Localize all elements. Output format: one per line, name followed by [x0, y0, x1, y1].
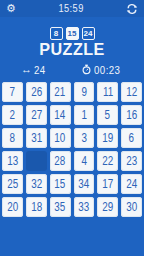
tile-number: 2 [10, 108, 15, 122]
stopwatch-icon [81, 64, 92, 75]
tile-number: 3 [81, 131, 86, 145]
tile-30[interactable]: 30 [121, 197, 142, 217]
tile-19[interactable]: 19 [97, 128, 118, 148]
tile-number: 33 [78, 200, 89, 214]
tile-15[interactable]: 15 [50, 174, 71, 194]
tile-number: 30 [126, 200, 137, 214]
tile-number: 35 [55, 200, 66, 214]
tile-20[interactable]: 20 [2, 197, 23, 217]
tile-17[interactable]: 17 [97, 174, 118, 194]
gear-icon[interactable]: ⚙ [6, 3, 16, 14]
size-option-24[interactable]: 24 [82, 27, 95, 40]
tile-8[interactable]: 8 [2, 128, 23, 148]
stats-row: ↔ 24 00:23 [0, 63, 144, 76]
tile-25[interactable]: 25 [2, 174, 23, 194]
tile-35[interactable]: 35 [50, 197, 71, 217]
tile-23[interactable]: 23 [121, 151, 142, 171]
tile-number: 20 [7, 200, 18, 214]
tile-29[interactable]: 29 [97, 197, 118, 217]
tile-number: 4 [81, 154, 86, 168]
tile-number: 13 [7, 154, 18, 168]
tile-12[interactable]: 12 [121, 82, 142, 102]
left-right-arrow-icon: ↔ [21, 64, 32, 75]
tile-number: 19 [102, 131, 113, 145]
size-option-8-label: 8 [54, 29, 58, 38]
tile-number: 28 [55, 154, 66, 168]
tile-number: 14 [55, 108, 66, 122]
tile-number: 9 [81, 85, 86, 99]
timer-value: 00:23 [94, 64, 120, 76]
tile-number: 15 [55, 177, 66, 191]
tile-31[interactable]: 31 [26, 128, 47, 148]
tile-6[interactable]: 6 [121, 128, 142, 148]
tile-number: 27 [31, 108, 42, 122]
tile-number: 18 [31, 200, 42, 214]
tile-number: 26 [31, 85, 42, 99]
size-option-8[interactable]: 8 [50, 27, 63, 40]
timer: 00:23 [81, 64, 124, 76]
tile-18[interactable]: 18 [26, 197, 47, 217]
tile-number: 31 [31, 131, 42, 145]
size-option-24-label: 24 [84, 29, 93, 38]
tile-number: 32 [31, 177, 42, 191]
size-selector: 8 15 24 [0, 27, 144, 40]
tile-number: 23 [126, 154, 137, 168]
tile-number: 25 [7, 177, 18, 191]
tile-number: 8 [10, 131, 15, 145]
tile-28[interactable]: 28 [50, 151, 71, 171]
moves-value: 24 [34, 64, 46, 76]
tile-7[interactable]: 7 [2, 82, 23, 102]
tile-number: 10 [55, 131, 66, 145]
tile-number: 34 [78, 177, 89, 191]
tile-16[interactable]: 16 [121, 105, 142, 125]
tile-24[interactable]: 24 [121, 174, 142, 194]
tile-number: 24 [126, 177, 137, 191]
tile-number: 5 [105, 108, 110, 122]
tile-11[interactable]: 11 [97, 82, 118, 102]
size-option-15[interactable]: 15 [66, 27, 79, 40]
tile-number: 21 [55, 85, 66, 99]
board: 7262191112227141516831103196132842223253… [2, 82, 142, 217]
tile-26[interactable]: 26 [26, 82, 47, 102]
tile-number: 16 [126, 108, 137, 122]
tile-number: 11 [103, 85, 113, 99]
top-bar: ⚙ 15:59 [0, 0, 144, 17]
size-option-15-label: 15 [68, 29, 77, 38]
tile-33[interactable]: 33 [74, 197, 95, 217]
status-clock: 15:59 [20, 3, 121, 14]
tile-22[interactable]: 22 [97, 151, 118, 171]
tile-21[interactable]: 21 [50, 82, 71, 102]
tile-9[interactable]: 9 [74, 82, 95, 102]
empty-cell [26, 151, 47, 171]
tile-5[interactable]: 5 [97, 105, 118, 125]
tile-number: 7 [10, 85, 15, 99]
moves-counter: ↔ 24 [21, 64, 47, 76]
tile-10[interactable]: 10 [50, 128, 71, 148]
app-title: PUZZLE [4, 41, 141, 58]
tile-34[interactable]: 34 [74, 174, 95, 194]
tile-2[interactable]: 2 [2, 105, 23, 125]
tile-1[interactable]: 1 [74, 105, 95, 125]
tile-number: 6 [129, 131, 134, 145]
tile-number: 17 [102, 177, 113, 191]
sync-refresh-icon[interactable] [126, 3, 138, 15]
tile-3[interactable]: 3 [74, 128, 95, 148]
tile-13[interactable]: 13 [2, 151, 23, 171]
tile-number: 1 [81, 108, 86, 122]
tile-32[interactable]: 32 [26, 174, 47, 194]
tile-number: 22 [102, 154, 113, 168]
tile-4[interactable]: 4 [74, 151, 95, 171]
tile-number: 12 [126, 85, 137, 99]
tile-27[interactable]: 27 [26, 105, 47, 125]
tile-number: 29 [102, 200, 113, 214]
tile-14[interactable]: 14 [50, 105, 71, 125]
